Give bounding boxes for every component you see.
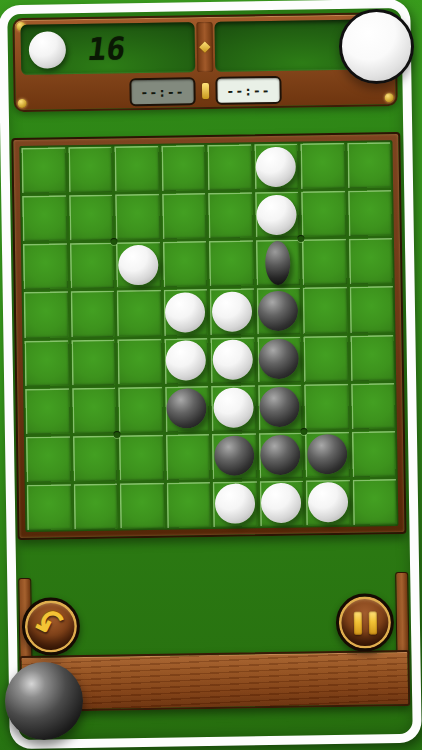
score-lcd-row: 16 bbox=[20, 19, 389, 75]
white-score-panel: 16 bbox=[20, 22, 195, 75]
black-ball-decoration bbox=[5, 662, 83, 740]
black-disc: ● bbox=[166, 388, 207, 429]
cell-d5[interactable]: ○ bbox=[164, 338, 208, 384]
cell-d3[interactable] bbox=[162, 241, 206, 287]
cell-e1[interactable] bbox=[207, 144, 251, 190]
cell-d8[interactable] bbox=[166, 482, 210, 528]
cell-d6[interactable]: ● bbox=[165, 386, 209, 432]
cell-e8[interactable]: ○ bbox=[213, 481, 257, 527]
black-disc: ● bbox=[258, 291, 299, 332]
cell-g4[interactable] bbox=[303, 287, 347, 333]
white-disc: ○ bbox=[166, 340, 207, 381]
white-disc: ○ bbox=[261, 483, 302, 524]
cell-a6[interactable] bbox=[25, 388, 69, 434]
cell-f4[interactable]: ● bbox=[256, 288, 300, 334]
cell-h7[interactable] bbox=[351, 431, 395, 477]
cell-g5[interactable] bbox=[303, 335, 347, 381]
white-disc: ○ bbox=[307, 482, 348, 523]
white-disc: ○ bbox=[256, 194, 297, 235]
game-screen: 16 --:-- --:-- ○○○●○○●○○●●○●●●●○○○ bbox=[7, 8, 412, 740]
cell-f8[interactable]: ○ bbox=[259, 480, 303, 526]
white-turn-ball bbox=[339, 9, 414, 84]
screen: 16 --:-- --:-- ○○○●○○●○○●●○●●●●○○○ bbox=[0, 0, 422, 750]
cell-a4[interactable] bbox=[24, 292, 68, 338]
cell-a3[interactable] bbox=[23, 243, 67, 289]
cell-d4[interactable]: ○ bbox=[163, 289, 207, 335]
white-disc: ○ bbox=[165, 292, 206, 333]
cell-b5[interactable] bbox=[71, 339, 115, 385]
black-disc: ● bbox=[259, 339, 300, 380]
cell-c1[interactable] bbox=[114, 146, 158, 192]
star-point-icon bbox=[297, 235, 304, 242]
cell-g7[interactable]: ● bbox=[305, 432, 349, 478]
cell-f7[interactable]: ● bbox=[258, 432, 302, 478]
cell-c3[interactable]: ○ bbox=[116, 242, 160, 288]
cell-c2[interactable] bbox=[115, 194, 159, 240]
white-disc: ○ bbox=[213, 388, 254, 429]
cell-b3[interactable] bbox=[69, 243, 113, 289]
cell-c6[interactable] bbox=[118, 386, 162, 432]
cell-c7[interactable] bbox=[119, 435, 163, 481]
cell-h5[interactable] bbox=[350, 335, 394, 381]
black-disc: ● bbox=[214, 436, 255, 477]
cell-d7[interactable] bbox=[165, 434, 209, 480]
cell-b6[interactable] bbox=[72, 387, 116, 433]
cell-e7[interactable]: ● bbox=[212, 433, 256, 479]
cell-h6[interactable] bbox=[351, 383, 395, 429]
board-frame: ○○○●○○●○○●●○●●●●○○○ bbox=[11, 132, 406, 540]
star-point-icon bbox=[111, 237, 118, 244]
cell-b8[interactable] bbox=[73, 483, 117, 529]
cell-g6[interactable] bbox=[304, 383, 348, 429]
cell-f2[interactable]: ○ bbox=[255, 192, 299, 238]
white-disc: ○ bbox=[212, 339, 253, 380]
cell-d1[interactable] bbox=[161, 145, 205, 191]
cell-b7[interactable] bbox=[72, 435, 116, 481]
cell-f6[interactable]: ● bbox=[258, 384, 302, 430]
black-disc: ● bbox=[265, 241, 291, 285]
cell-a5[interactable] bbox=[24, 340, 68, 386]
gold-diamond-icon bbox=[199, 41, 210, 52]
black-timer: --:-- bbox=[215, 76, 281, 105]
cell-e5[interactable]: ○ bbox=[210, 337, 254, 383]
white-timer: --:-- bbox=[129, 77, 195, 106]
cell-g1[interactable] bbox=[300, 143, 344, 189]
star-point-icon bbox=[114, 430, 121, 437]
cell-g3[interactable] bbox=[302, 239, 346, 285]
undo-icon: ↶ bbox=[30, 603, 70, 647]
cell-h1[interactable] bbox=[347, 142, 391, 188]
timer-ornament-icon bbox=[202, 83, 209, 99]
undo-button[interactable]: ↶ bbox=[21, 597, 80, 656]
right-corner-bracket bbox=[395, 572, 409, 656]
cell-h4[interactable] bbox=[349, 286, 393, 332]
cell-c4[interactable] bbox=[117, 290, 161, 336]
white-score: 16 bbox=[86, 30, 128, 67]
cell-d2[interactable] bbox=[162, 193, 206, 239]
timer-row: --:-- --:-- bbox=[21, 72, 389, 110]
app-window-frame: 16 --:-- --:-- ○○○●○○●○○●●○●●●●○○○ bbox=[0, 0, 422, 749]
cell-f1[interactable]: ○ bbox=[254, 144, 298, 190]
cell-h2[interactable] bbox=[348, 190, 392, 236]
white-disc: ○ bbox=[118, 245, 159, 286]
cell-g2[interactable] bbox=[301, 191, 345, 237]
cell-f5[interactable]: ● bbox=[257, 336, 301, 382]
cell-e2[interactable] bbox=[208, 192, 252, 238]
cell-a2[interactable] bbox=[22, 195, 66, 241]
white-disc: ○ bbox=[214, 484, 255, 525]
pause-icon bbox=[353, 611, 376, 634]
cell-a8[interactable] bbox=[27, 484, 71, 530]
black-disc: ● bbox=[259, 387, 300, 428]
cell-h8[interactable] bbox=[352, 479, 396, 525]
cell-c8[interactable] bbox=[120, 483, 164, 529]
cell-h3[interactable] bbox=[348, 238, 392, 284]
cell-a1[interactable] bbox=[21, 147, 65, 193]
cell-e4[interactable]: ○ bbox=[210, 289, 254, 335]
star-point-icon bbox=[300, 427, 307, 434]
scoreboard-divider bbox=[196, 22, 213, 72]
white-player-ball-icon bbox=[29, 31, 67, 69]
cell-c5[interactable] bbox=[117, 338, 161, 384]
white-disc: ○ bbox=[256, 146, 297, 187]
black-disc: ● bbox=[260, 435, 301, 476]
cell-a7[interactable] bbox=[26, 436, 70, 482]
cell-b2[interactable] bbox=[69, 195, 113, 241]
white-disc: ○ bbox=[211, 291, 252, 332]
cell-b1[interactable] bbox=[68, 147, 112, 193]
othello-board: ○○○●○○●○○●●○●●●●○○○ bbox=[19, 140, 398, 532]
cell-e3[interactable] bbox=[209, 241, 253, 287]
cell-g8[interactable]: ○ bbox=[306, 480, 350, 526]
scoreboard: 16 --:-- --:-- bbox=[12, 12, 397, 112]
cell-e6[interactable]: ○ bbox=[211, 385, 255, 431]
cell-b4[interactable] bbox=[70, 291, 114, 337]
black-disc: ● bbox=[307, 434, 348, 475]
pause-button[interactable] bbox=[335, 593, 394, 652]
cell-f3[interactable]: ● bbox=[255, 240, 299, 286]
